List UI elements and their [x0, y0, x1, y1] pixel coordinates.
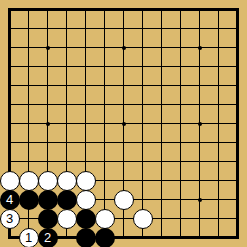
stone-black [76, 228, 96, 247]
stone-black [19, 190, 39, 210]
move-number-label: 2 [44, 231, 51, 244]
stone-white [57, 171, 77, 191]
stone-black [76, 209, 96, 229]
stone-white [95, 209, 115, 229]
stone-black [95, 228, 115, 247]
stone-white [76, 171, 96, 191]
grid-line-horizontal [9, 161, 238, 162]
grid-line-vertical [161, 9, 162, 238]
star-point [198, 198, 202, 202]
star-point [46, 46, 50, 50]
stone-black [38, 209, 58, 229]
stone-white [114, 190, 134, 210]
star-point [122, 46, 126, 50]
grid-line-vertical [142, 9, 143, 238]
go-diagram: 4312 [0, 0, 247, 247]
stone-white [0, 171, 20, 191]
stone-white-move-1: 1 [19, 228, 39, 247]
star-point [122, 122, 126, 126]
star-point [198, 46, 202, 50]
stone-white [19, 171, 39, 191]
stone-black [57, 190, 77, 210]
stone-black-move-4: 4 [0, 190, 20, 210]
star-point [46, 122, 50, 126]
stone-white [133, 209, 153, 229]
stone-white [38, 171, 58, 191]
move-number-label: 4 [6, 193, 13, 206]
stone-black [38, 190, 58, 210]
move-number-label: 3 [6, 212, 13, 225]
grid-line-vertical [180, 9, 181, 238]
grid-line-horizontal [9, 142, 238, 143]
grid-line-vertical [218, 9, 219, 238]
move-number-label: 1 [25, 231, 32, 244]
stone-white-move-3: 3 [0, 209, 20, 229]
stone-white [57, 209, 77, 229]
stone-black-move-2: 2 [38, 228, 58, 247]
star-point [198, 122, 202, 126]
stone-white [76, 190, 96, 210]
